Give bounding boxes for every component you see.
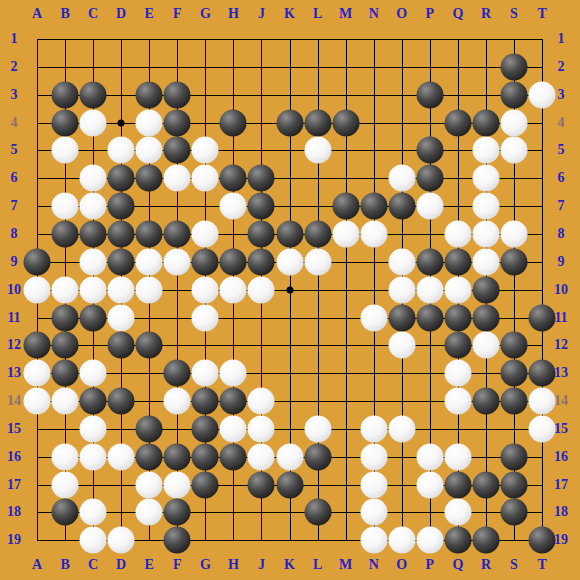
white-stone-c10[interactable] (80, 276, 107, 303)
coord-right-7: 7 (558, 199, 565, 213)
white-stone-g11[interactable] (192, 304, 219, 331)
white-stone-k9[interactable] (276, 248, 303, 275)
coord-top-l: L (313, 7, 322, 21)
white-stone-a14[interactable] (24, 388, 51, 415)
coord-top-r: R (481, 7, 491, 21)
black-stone-h14[interactable] (220, 388, 247, 415)
white-stone-n18[interactable] (360, 499, 387, 526)
white-stone-g13[interactable] (192, 360, 219, 387)
coord-top-f: F (173, 7, 182, 21)
black-stone-j6[interactable] (248, 165, 275, 192)
coord-bottom-p: P (426, 558, 435, 572)
coord-top-n: N (369, 7, 379, 21)
coord-right-2: 2 (558, 60, 565, 74)
white-stone-r8[interactable] (472, 220, 499, 247)
black-stone-c3[interactable] (80, 81, 107, 108)
white-stone-l15[interactable] (304, 415, 331, 442)
white-stone-o12[interactable] (388, 332, 415, 359)
black-stone-a9[interactable] (24, 248, 51, 275)
coord-bottom-j: J (258, 558, 265, 572)
black-stone-h4[interactable] (220, 109, 247, 136)
coord-bottom-t: T (537, 558, 546, 572)
coord-top-k: K (284, 7, 295, 21)
coord-bottom-e: E (145, 558, 154, 572)
black-stone-t11[interactable] (529, 304, 556, 331)
white-stone-q13[interactable] (444, 360, 471, 387)
black-stone-m4[interactable] (332, 109, 359, 136)
coord-top-d: D (116, 7, 126, 21)
black-stone-h16[interactable] (220, 443, 247, 470)
coord-top-s: S (510, 7, 518, 21)
white-stone-d10[interactable] (108, 276, 135, 303)
white-stone-t14[interactable] (529, 388, 556, 415)
coord-left-13: 13 (7, 366, 21, 380)
white-stone-q8[interactable] (444, 220, 471, 247)
white-stone-n8[interactable] (360, 220, 387, 247)
coord-top-o: O (396, 7, 407, 21)
coord-left-7: 7 (11, 199, 18, 213)
black-stone-b12[interactable] (52, 332, 79, 359)
black-stone-e3[interactable] (136, 81, 163, 108)
black-stone-q11[interactable] (444, 304, 471, 331)
black-stone-k8[interactable] (276, 220, 303, 247)
white-stone-n17[interactable] (360, 471, 387, 498)
black-stone-r10[interactable] (472, 276, 499, 303)
coord-bottom-f: F (173, 558, 182, 572)
black-stone-c8[interactable] (80, 220, 107, 247)
black-stone-m7[interactable] (332, 193, 359, 220)
white-stone-f9[interactable] (164, 248, 191, 275)
black-stone-g9[interactable] (192, 248, 219, 275)
black-stone-d12[interactable] (108, 332, 135, 359)
coord-right-10: 10 (554, 283, 568, 297)
black-stone-e15[interactable] (136, 415, 163, 442)
black-stone-l16[interactable] (304, 443, 331, 470)
black-stone-g16[interactable] (192, 443, 219, 470)
white-stone-j15[interactable] (248, 415, 275, 442)
black-stone-j9[interactable] (248, 248, 275, 275)
coord-bottom-q: Q (452, 558, 463, 572)
black-stone-s17[interactable] (501, 471, 528, 498)
white-stone-g8[interactable] (192, 220, 219, 247)
coord-right-17: 17 (554, 478, 568, 492)
black-stone-l4[interactable] (304, 109, 331, 136)
coord-right-13: 13 (554, 366, 568, 380)
coord-top-h: H (228, 7, 239, 21)
coord-right-16: 16 (554, 450, 568, 464)
black-stone-g17[interactable] (192, 471, 219, 498)
black-stone-g14[interactable] (192, 388, 219, 415)
black-stone-q4[interactable] (444, 109, 471, 136)
white-stone-p16[interactable] (416, 443, 443, 470)
black-stone-q19[interactable] (444, 527, 471, 554)
black-stone-p11[interactable] (416, 304, 443, 331)
white-stone-b14[interactable] (52, 388, 79, 415)
white-stone-e17[interactable] (136, 471, 163, 498)
white-stone-c19[interactable] (80, 527, 107, 554)
black-stone-l18[interactable] (304, 499, 331, 526)
black-stone-b8[interactable] (52, 220, 79, 247)
black-stone-b13[interactable] (52, 360, 79, 387)
white-stone-e18[interactable] (136, 499, 163, 526)
coord-bottom-r: R (481, 558, 491, 572)
white-stone-c16[interactable] (80, 443, 107, 470)
star-point-d4 (118, 119, 125, 126)
white-stone-n11[interactable] (360, 304, 387, 331)
white-stone-t15[interactable] (529, 415, 556, 442)
white-stone-p17[interactable] (416, 471, 443, 498)
black-stone-g15[interactable] (192, 415, 219, 442)
white-stone-c4[interactable] (80, 109, 107, 136)
black-stone-b18[interactable] (52, 499, 79, 526)
white-stone-t3[interactable] (529, 81, 556, 108)
white-stone-g5[interactable] (192, 137, 219, 164)
white-stone-l5[interactable] (304, 137, 331, 164)
black-stone-q9[interactable] (444, 248, 471, 275)
white-stone-c15[interactable] (80, 415, 107, 442)
black-stone-f18[interactable] (164, 499, 191, 526)
black-stone-p3[interactable] (416, 81, 443, 108)
white-stone-g10[interactable] (192, 276, 219, 303)
coord-right-19: 19 (554, 533, 568, 547)
coord-left-12: 12 (7, 338, 21, 352)
white-stone-j10[interactable] (248, 276, 275, 303)
white-stone-s5[interactable] (501, 137, 528, 164)
black-stone-s9[interactable] (501, 248, 528, 275)
black-stone-s12[interactable] (501, 332, 528, 359)
coord-bottom-d: D (116, 558, 126, 572)
white-stone-o15[interactable] (388, 415, 415, 442)
coord-right-6: 6 (558, 171, 565, 185)
black-stone-e16[interactable] (136, 443, 163, 470)
white-stone-j14[interactable] (248, 388, 275, 415)
white-stone-l9[interactable] (304, 248, 331, 275)
white-stone-d11[interactable] (108, 304, 135, 331)
coord-top-j: J (258, 7, 265, 21)
star-point-k10 (286, 286, 293, 293)
coord-right-8: 8 (558, 227, 565, 241)
white-stone-h10[interactable] (220, 276, 247, 303)
coord-right-11: 11 (554, 311, 567, 325)
coord-top-e: E (145, 7, 154, 21)
coord-top-t: T (537, 7, 546, 21)
coord-left-5: 5 (11, 143, 18, 157)
coord-top-p: P (426, 7, 435, 21)
white-stone-n19[interactable] (360, 527, 387, 554)
coord-left-8: 8 (11, 227, 18, 241)
white-stone-c6[interactable] (80, 165, 107, 192)
coord-right-5: 5 (558, 143, 565, 157)
black-stone-b4[interactable] (52, 109, 79, 136)
white-stone-e9[interactable] (136, 248, 163, 275)
black-stone-r19[interactable] (472, 527, 499, 554)
coord-top-a: A (32, 7, 42, 21)
coord-right-3: 3 (558, 88, 565, 102)
black-stone-f3[interactable] (164, 81, 191, 108)
white-stone-r9[interactable] (472, 248, 499, 275)
black-stone-k4[interactable] (276, 109, 303, 136)
coord-left-2: 2 (11, 60, 18, 74)
coord-right-14: 14 (554, 394, 568, 408)
white-stone-s4[interactable] (501, 109, 528, 136)
black-stone-e12[interactable] (136, 332, 163, 359)
coord-bottom-o: O (396, 558, 407, 572)
black-stone-s2[interactable] (501, 53, 528, 80)
black-stone-b11[interactable] (52, 304, 79, 331)
white-stone-d5[interactable] (108, 137, 135, 164)
white-stone-h15[interactable] (220, 415, 247, 442)
white-stone-f17[interactable] (164, 471, 191, 498)
white-stone-a13[interactable] (24, 360, 51, 387)
coord-bottom-n: N (369, 558, 379, 572)
coord-left-4: 4 (11, 116, 18, 130)
black-stone-r11[interactable] (472, 304, 499, 331)
coord-right-1: 1 (558, 32, 565, 46)
white-stone-h13[interactable] (220, 360, 247, 387)
black-stone-f16[interactable] (164, 443, 191, 470)
white-stone-o6[interactable] (388, 165, 415, 192)
white-stone-n15[interactable] (360, 415, 387, 442)
white-stone-n16[interactable] (360, 443, 387, 470)
go-board[interactable]: AABBCCDDEEFFGGHHJJKKLLMMNNOOPPQQRRSSTT11… (0, 0, 580, 580)
coord-left-9: 9 (11, 255, 18, 269)
black-stone-p6[interactable] (416, 165, 443, 192)
white-stone-r12[interactable] (472, 332, 499, 359)
coord-left-19: 19 (7, 533, 21, 547)
coord-bottom-l: L (313, 558, 322, 572)
black-stone-k17[interactable] (276, 471, 303, 498)
black-stone-e8[interactable] (136, 220, 163, 247)
coord-left-15: 15 (7, 422, 21, 436)
white-stone-f6[interactable] (164, 165, 191, 192)
white-stone-d16[interactable] (108, 443, 135, 470)
black-stone-h6[interactable] (220, 165, 247, 192)
black-stone-f13[interactable] (164, 360, 191, 387)
black-stone-c14[interactable] (80, 388, 107, 415)
black-stone-d6[interactable] (108, 165, 135, 192)
coord-bottom-k: K (284, 558, 295, 572)
coord-left-1: 1 (11, 32, 18, 46)
black-stone-h9[interactable] (220, 248, 247, 275)
black-stone-j8[interactable] (248, 220, 275, 247)
black-stone-r4[interactable] (472, 109, 499, 136)
coord-left-17: 17 (7, 478, 21, 492)
coord-top-c: C (88, 7, 98, 21)
coord-right-12: 12 (554, 338, 568, 352)
black-stone-o11[interactable] (388, 304, 415, 331)
white-stone-k16[interactable] (276, 443, 303, 470)
white-stone-o19[interactable] (388, 527, 415, 554)
white-stone-p19[interactable] (416, 527, 443, 554)
coord-right-9: 9 (558, 255, 565, 269)
black-stone-r14[interactable] (472, 388, 499, 415)
black-stone-o7[interactable] (388, 193, 415, 220)
white-stone-c7[interactable] (80, 193, 107, 220)
white-stone-g6[interactable] (192, 165, 219, 192)
coord-left-3: 3 (11, 88, 18, 102)
black-stone-a12[interactable] (24, 332, 51, 359)
coord-top-m: M (339, 7, 352, 21)
black-stone-s13[interactable] (501, 360, 528, 387)
coord-left-16: 16 (7, 450, 21, 464)
black-stone-e6[interactable] (136, 165, 163, 192)
white-stone-b5[interactable] (52, 137, 79, 164)
grid-line-vertical (542, 39, 543, 541)
coord-bottom-h: H (228, 558, 239, 572)
black-stone-t13[interactable] (529, 360, 556, 387)
white-stone-r7[interactable] (472, 193, 499, 220)
white-stone-c13[interactable] (80, 360, 107, 387)
black-stone-q17[interactable] (444, 471, 471, 498)
black-stone-n7[interactable] (360, 193, 387, 220)
black-stone-s18[interactable] (501, 499, 528, 526)
black-stone-j7[interactable] (248, 193, 275, 220)
white-stone-o10[interactable] (388, 276, 415, 303)
coord-right-4: 4 (558, 116, 565, 130)
coord-bottom-m: M (339, 558, 352, 572)
black-stone-f19[interactable] (164, 527, 191, 554)
white-stone-b16[interactable] (52, 443, 79, 470)
black-stone-s3[interactable] (501, 81, 528, 108)
coord-bottom-a: A (32, 558, 42, 572)
coord-left-6: 6 (11, 171, 18, 185)
white-stone-j16[interactable] (248, 443, 275, 470)
black-stone-d7[interactable] (108, 193, 135, 220)
white-stone-p7[interactable] (416, 193, 443, 220)
black-stone-b3[interactable] (52, 81, 79, 108)
coord-bottom-c: C (88, 558, 98, 572)
white-stone-r5[interactable] (472, 137, 499, 164)
white-stone-q18[interactable] (444, 499, 471, 526)
white-stone-e10[interactable] (136, 276, 163, 303)
black-stone-t19[interactable] (529, 527, 556, 554)
black-stone-p5[interactable] (416, 137, 443, 164)
coord-right-18: 18 (554, 505, 568, 519)
coord-right-15: 15 (554, 422, 568, 436)
white-stone-b7[interactable] (52, 193, 79, 220)
black-stone-d8[interactable] (108, 220, 135, 247)
coord-left-10: 10 (7, 283, 21, 297)
white-stone-q16[interactable] (444, 443, 471, 470)
coord-top-b: B (60, 7, 69, 21)
white-stone-p10[interactable] (416, 276, 443, 303)
coord-bottom-g: G (200, 558, 211, 572)
coord-bottom-b: B (60, 558, 69, 572)
black-stone-r17[interactable] (472, 471, 499, 498)
coord-left-18: 18 (7, 505, 21, 519)
white-stone-b17[interactable] (52, 471, 79, 498)
white-stone-c9[interactable] (80, 248, 107, 275)
white-stone-q14[interactable] (444, 388, 471, 415)
white-stone-m8[interactable] (332, 220, 359, 247)
black-stone-d14[interactable] (108, 388, 135, 415)
white-stone-a10[interactable] (24, 276, 51, 303)
coord-left-14: 14 (7, 394, 21, 408)
black-stone-q12[interactable] (444, 332, 471, 359)
white-stone-c18[interactable] (80, 499, 107, 526)
coord-bottom-s: S (510, 558, 518, 572)
black-stone-c11[interactable] (80, 304, 107, 331)
white-stone-s8[interactable] (501, 220, 528, 247)
black-stone-f8[interactable] (164, 220, 191, 247)
black-stone-f5[interactable] (164, 137, 191, 164)
black-stone-j17[interactable] (248, 471, 275, 498)
black-stone-f4[interactable] (164, 109, 191, 136)
white-stone-r6[interactable] (472, 165, 499, 192)
black-stone-p9[interactable] (416, 248, 443, 275)
white-stone-e4[interactable] (136, 109, 163, 136)
black-stone-l8[interactable] (304, 220, 331, 247)
black-stone-s14[interactable] (501, 388, 528, 415)
white-stone-e5[interactable] (136, 137, 163, 164)
white-stone-d19[interactable] (108, 527, 135, 554)
coord-left-11: 11 (7, 311, 20, 325)
white-stone-o9[interactable] (388, 248, 415, 275)
white-stone-b10[interactable] (52, 276, 79, 303)
coord-top-g: G (200, 7, 211, 21)
white-stone-h7[interactable] (220, 193, 247, 220)
white-stone-q10[interactable] (444, 276, 471, 303)
black-stone-d9[interactable] (108, 248, 135, 275)
coord-top-q: Q (452, 7, 463, 21)
white-stone-f14[interactable] (164, 388, 191, 415)
black-stone-s16[interactable] (501, 443, 528, 470)
